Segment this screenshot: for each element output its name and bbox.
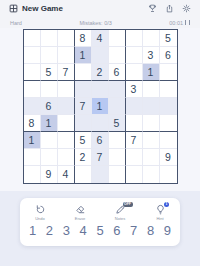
cell-r3c7[interactable]	[126, 64, 143, 81]
sudoku-board: 845136572613671815156727994	[23, 29, 178, 184]
cell-r4c6[interactable]	[109, 81, 126, 98]
cell-r7c3[interactable]	[58, 132, 75, 149]
cell-r5c1[interactable]	[24, 98, 41, 115]
cell-r8c6[interactable]	[109, 149, 126, 166]
cell-r4c7[interactable]: 3	[126, 81, 143, 98]
notes-label: Notes	[115, 216, 125, 221]
hint-count-badge: 1	[164, 202, 169, 207]
cell-r7c6[interactable]	[109, 132, 126, 149]
cell-r7c9[interactable]	[160, 132, 177, 149]
cell-r5c6[interactable]	[109, 98, 126, 115]
cell-r4c4[interactable]	[75, 81, 92, 98]
cell-r7c7[interactable]: 7	[126, 132, 143, 149]
cell-r3c1[interactable]	[24, 64, 41, 81]
cell-r6c4[interactable]	[75, 115, 92, 132]
numpad-6[interactable]: 6	[113, 223, 120, 239]
erase-button[interactable]: Erase	[67, 204, 93, 221]
undo-icon	[35, 204, 46, 215]
trophy-icon	[148, 4, 157, 13]
cell-r2c1[interactable]	[24, 47, 41, 64]
cell-r1c4[interactable]: 8	[75, 30, 92, 47]
cell-r5c9[interactable]	[160, 98, 177, 115]
cell-r8c5[interactable]: 7	[92, 149, 109, 166]
settings-button[interactable]	[182, 4, 191, 13]
numpad: 123456789	[20, 221, 180, 239]
footer-area: Undo Erase	[0, 191, 200, 266]
cell-r6c7[interactable]	[126, 115, 143, 132]
cell-r4c3[interactable]	[58, 81, 75, 98]
cell-r7c1[interactable]: 1	[24, 132, 41, 149]
cell-r8c1[interactable]	[24, 149, 41, 166]
erase-icon	[75, 204, 86, 215]
top-bar: New Game	[0, 0, 200, 28]
cell-r3c6[interactable]: 6	[109, 64, 126, 81]
numpad-3[interactable]: 3	[63, 223, 70, 239]
numpad-5[interactable]: 5	[96, 223, 103, 239]
notes-off-badge: OFF	[123, 202, 133, 207]
numpad-1[interactable]: 1	[29, 223, 36, 239]
undo-label: Undo	[35, 216, 45, 221]
settings-icon	[182, 4, 191, 13]
timer: 00:01	[169, 20, 190, 26]
erase-label: Erase	[75, 216, 85, 221]
cell-r2c8[interactable]: 3	[143, 47, 160, 64]
cell-r6c6[interactable]: 5	[109, 115, 126, 132]
hint-button[interactable]: 1 Hint	[147, 204, 173, 221]
cell-r1c8[interactable]	[143, 30, 160, 47]
cell-r1c2[interactable]	[41, 30, 58, 47]
cell-r8c7[interactable]	[126, 149, 143, 166]
cell-r9c5[interactable]	[92, 166, 109, 183]
cell-r6c5[interactable]	[92, 115, 109, 132]
cell-r1c5[interactable]: 4	[92, 30, 109, 47]
notes-button[interactable]: OFF Notes	[107, 204, 133, 221]
cell-r1c9[interactable]: 5	[160, 30, 177, 47]
cell-r4c1[interactable]	[24, 81, 41, 98]
cell-r4c8[interactable]	[143, 81, 160, 98]
share-icon	[165, 4, 174, 13]
cell-r6c2[interactable]: 1	[41, 115, 58, 132]
cell-r8c3[interactable]	[58, 149, 75, 166]
cell-r5c7[interactable]	[126, 98, 143, 115]
header: New Game	[0, 0, 200, 17]
difficulty-label[interactable]: Hard	[10, 20, 22, 26]
cell-r9c3[interactable]: 4	[58, 166, 75, 183]
trophy-button[interactable]	[148, 4, 157, 13]
cell-r1c3[interactable]	[58, 30, 75, 47]
cell-r7c5[interactable]: 6	[92, 132, 109, 149]
cell-r9c1[interactable]	[24, 166, 41, 183]
cell-r7c4[interactable]: 5	[75, 132, 92, 149]
cell-r9c4[interactable]	[75, 166, 92, 183]
cell-r8c9[interactable]: 9	[160, 149, 177, 166]
cell-r5c5[interactable]: 1	[92, 98, 109, 115]
board-icon	[9, 4, 18, 13]
cell-r9c9[interactable]	[160, 166, 177, 183]
cell-r2c7[interactable]	[126, 47, 143, 64]
cell-r8c8[interactable]	[143, 149, 160, 166]
cell-r7c8[interactable]	[143, 132, 160, 149]
cell-r3c2[interactable]: 5	[41, 64, 58, 81]
undo-button[interactable]: Undo	[27, 204, 53, 221]
numpad-8[interactable]: 8	[147, 223, 154, 239]
cell-r9c6[interactable]	[109, 166, 126, 183]
new-game-button[interactable]: New Game	[9, 4, 63, 13]
sudoku-app: New Game	[0, 0, 200, 266]
mistakes-label: Mistakes: 0/3	[79, 20, 111, 26]
cell-r7c2[interactable]	[41, 132, 58, 149]
cell-r2c9[interactable]: 6	[160, 47, 177, 64]
share-button[interactable]	[165, 4, 174, 13]
cell-r3c5[interactable]: 2	[92, 64, 109, 81]
cell-r2c5[interactable]	[92, 47, 109, 64]
cell-r3c4[interactable]	[75, 64, 92, 81]
cell-r5c4[interactable]: 7	[75, 98, 92, 115]
cell-r3c9[interactable]	[160, 64, 177, 81]
cell-r6c1[interactable]: 8	[24, 115, 41, 132]
cell-r8c2[interactable]	[41, 149, 58, 166]
cell-r2c4[interactable]: 1	[75, 47, 92, 64]
board-area: 845136572613671815156727994	[0, 28, 200, 191]
cell-r4c2[interactable]	[41, 81, 58, 98]
cell-r9c8[interactable]	[143, 166, 160, 183]
cell-r8c4[interactable]: 2	[75, 149, 92, 166]
cell-r5c3[interactable]	[58, 98, 75, 115]
cell-r2c6[interactable]	[109, 47, 126, 64]
pause-button[interactable]	[185, 20, 190, 25]
cell-r9c7[interactable]	[126, 166, 143, 183]
cell-r1c1[interactable]	[24, 30, 41, 47]
toolbar: Undo Erase	[20, 204, 180, 221]
status-bar: Hard Mistakes: 0/3 00:01	[0, 17, 200, 28]
cell-r6c3[interactable]	[58, 115, 75, 132]
hint-label: Hint	[156, 216, 163, 221]
cell-r2c3[interactable]	[58, 47, 75, 64]
numpad-7[interactable]: 7	[130, 223, 137, 239]
cell-r4c9[interactable]	[160, 81, 177, 98]
cell-r3c8[interactable]: 1	[143, 64, 160, 81]
cell-r4c5[interactable]	[92, 81, 109, 98]
cell-r2c2[interactable]	[41, 47, 58, 64]
timer-label: 00:01	[169, 20, 183, 26]
header-actions	[148, 4, 191, 13]
cell-r1c6[interactable]	[109, 30, 126, 47]
numpad-2[interactable]: 2	[46, 223, 53, 239]
cell-r5c8[interactable]	[143, 98, 160, 115]
cell-r5c2[interactable]: 6	[41, 98, 58, 115]
control-panel: Undo Erase	[20, 198, 180, 246]
cell-r6c8[interactable]	[143, 115, 160, 132]
page-title: New Game	[22, 4, 63, 13]
cell-r1c7[interactable]	[126, 30, 143, 47]
cell-r3c3[interactable]: 7	[58, 64, 75, 81]
numpad-9[interactable]: 9	[164, 223, 171, 239]
numpad-4[interactable]: 4	[80, 223, 87, 239]
cell-r9c2[interactable]: 9	[41, 166, 58, 183]
cell-r6c9[interactable]	[160, 115, 177, 132]
